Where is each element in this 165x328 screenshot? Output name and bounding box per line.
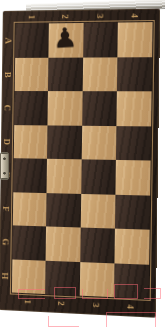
board-squares: ♟ <box>12 22 153 299</box>
square-A1 <box>15 23 49 57</box>
square-G4 <box>114 229 149 265</box>
square-B4 <box>117 57 152 92</box>
chess-board: 1 2 3 4 A B C D E F G H ♟ 1 2 3 4 <box>0 9 160 318</box>
square-C4 <box>116 91 151 126</box>
square-E3 <box>81 159 116 194</box>
product-photo: 1 2 3 4 A B C D E F G H ♟ 1 2 3 4 <box>0 0 165 328</box>
square-C1 <box>14 91 48 125</box>
square-G2 <box>46 226 80 261</box>
square-D2 <box>47 125 81 159</box>
square-A2: ♟ <box>49 23 83 57</box>
coord-bottom-2: 2 <box>54 286 70 320</box>
square-D4 <box>116 126 151 161</box>
square-E4 <box>115 160 150 195</box>
board-perspective-wrap: 1 2 3 4 A B C D E F G H ♟ 1 2 3 4 <box>0 9 160 318</box>
decorative-pawn-icon: ♟ <box>52 23 78 52</box>
square-A4 <box>117 22 152 57</box>
coord-bottom-3: 3 <box>88 288 104 323</box>
square-D3 <box>81 125 116 160</box>
coord-bottom-1: 1 <box>21 285 37 319</box>
square-E1 <box>13 158 47 192</box>
coord-bottom-4: 4 <box>123 289 139 324</box>
square-E2 <box>47 159 81 194</box>
square-C3 <box>82 91 117 125</box>
brass-hinge <box>0 152 9 180</box>
bottom-coordinates: 1 2 3 4 <box>12 294 149 316</box>
square-B2 <box>48 57 82 91</box>
square-B1 <box>15 57 49 91</box>
square-F3 <box>80 193 115 228</box>
square-G3 <box>80 228 115 263</box>
square-D1 <box>14 125 48 159</box>
square-F1 <box>13 192 47 227</box>
square-B3 <box>82 57 117 91</box>
square-G1 <box>12 225 46 260</box>
square-A3 <box>83 23 118 58</box>
square-C2 <box>48 91 82 125</box>
square-F2 <box>46 193 80 228</box>
square-F4 <box>115 194 150 229</box>
